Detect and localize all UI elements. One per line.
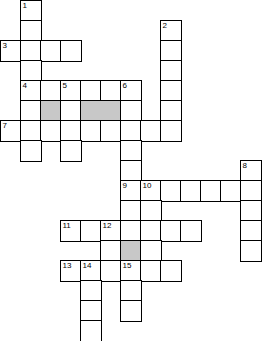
cell-r5c4[interactable] [80, 100, 122, 122]
cell-r7c1[interactable] [20, 140, 42, 162]
cell-r12c5[interactable] [100, 240, 122, 262]
cell-r4c1[interactable] [20, 80, 42, 102]
cell-r7c6[interactable] [120, 140, 142, 162]
cell-r6c7[interactable] [140, 120, 162, 142]
cell-r6c3[interactable] [60, 120, 82, 142]
cell-r11c9[interactable] [180, 220, 202, 242]
cell-r12c12[interactable] [240, 240, 262, 262]
cell-r11c7[interactable] [140, 220, 162, 242]
cell-r11c6[interactable] [120, 220, 142, 242]
cell-r16c4[interactable] [80, 320, 102, 341]
cell-r10c7[interactable] [140, 200, 162, 222]
cell-r5c1[interactable] [20, 100, 42, 122]
cell-r2c3[interactable] [60, 40, 82, 62]
cell-r4c4[interactable] [80, 80, 102, 102]
cell-r6c6[interactable] [120, 120, 142, 142]
cell-r14c6[interactable] [120, 280, 142, 302]
cell-r7c3[interactable] [60, 140, 82, 162]
cell-r9c10[interactable] [200, 180, 222, 202]
cell-r11c3[interactable] [60, 220, 82, 242]
cell-r11c5[interactable] [100, 220, 122, 242]
cell-r3c8[interactable] [160, 60, 182, 82]
cell-r6c0[interactable] [0, 120, 22, 142]
cell-r13c8[interactable] [160, 260, 182, 282]
cell-r12c6[interactable] [120, 240, 142, 262]
cell-r13c3[interactable] [60, 260, 82, 282]
cell-r9c7[interactable] [140, 180, 162, 202]
cell-r4c8[interactable] [160, 80, 182, 102]
cell-r5c8[interactable] [160, 100, 182, 122]
cell-r13c5[interactable] [100, 260, 122, 282]
cell-r13c4[interactable] [80, 260, 102, 282]
cell-r10c12[interactable] [240, 200, 262, 222]
cell-r2c1[interactable] [20, 40, 42, 62]
cell-r6c4[interactable] [80, 120, 102, 142]
cell-r4c6[interactable] [120, 80, 142, 102]
cell-r8c6[interactable] [120, 160, 142, 182]
cell-r5c3[interactable] [60, 100, 82, 122]
cell-r1c8[interactable] [160, 20, 182, 42]
cell-r1c1[interactable] [20, 20, 42, 42]
cell-r13c6[interactable] [120, 260, 142, 282]
cell-r4c2[interactable] [40, 80, 62, 102]
cell-r5c6[interactable] [120, 100, 142, 122]
cell-r8c12[interactable] [240, 160, 262, 182]
cell-r6c1[interactable] [20, 120, 42, 142]
cell-r13c7[interactable] [140, 260, 162, 282]
cell-r14c4[interactable] [80, 280, 102, 302]
cell-r9c12[interactable] [240, 180, 262, 202]
cell-r2c0[interactable] [0, 40, 22, 62]
cell-r2c8[interactable] [160, 40, 182, 62]
cell-r9c9[interactable] [180, 180, 202, 202]
cell-r6c8[interactable] [160, 120, 182, 142]
cell-r11c12[interactable] [240, 220, 262, 242]
cell-r11c8[interactable] [160, 220, 182, 242]
cell-r4c5[interactable] [100, 80, 122, 102]
cell-r0c1[interactable] [20, 0, 42, 22]
cell-r15c4[interactable] [80, 300, 102, 322]
cell-r9c8[interactable] [160, 180, 182, 202]
cell-r11c4[interactable] [80, 220, 102, 242]
cell-r9c6[interactable] [120, 180, 142, 202]
crossword-board: 123456789101112131415 [0, 0, 261, 341]
cell-r6c2[interactable] [40, 120, 62, 142]
cell-r2c2[interactable] [40, 40, 62, 62]
cell-r10c6[interactable] [120, 200, 142, 222]
cell-r4c3[interactable] [60, 80, 82, 102]
cell-r12c7[interactable] [140, 240, 162, 262]
cell-r3c1[interactable] [20, 60, 42, 82]
cell-r15c6[interactable] [120, 300, 142, 322]
cell-r6c5[interactable] [100, 120, 122, 142]
cell-r5c2[interactable] [40, 100, 62, 122]
cell-r9c11[interactable] [220, 180, 242, 202]
